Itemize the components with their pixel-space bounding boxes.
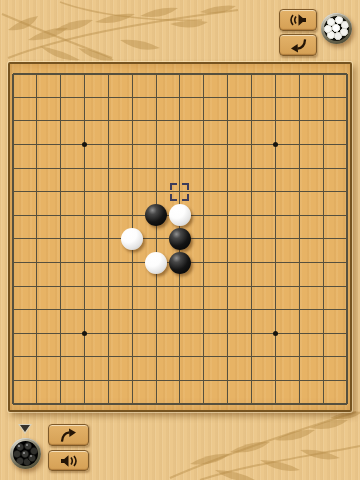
intersection[interactable] xyxy=(335,133,352,157)
intersection[interactable] xyxy=(192,298,216,322)
intersection[interactable] xyxy=(73,204,97,228)
white-undo-button[interactable] xyxy=(279,34,317,56)
intersection[interactable] xyxy=(335,86,352,110)
intersection[interactable] xyxy=(168,345,192,369)
intersection[interactable] xyxy=(73,298,97,322)
intersection[interactable] xyxy=(49,322,73,346)
intersection[interactable] xyxy=(240,369,264,393)
intersection[interactable] xyxy=(25,133,49,157)
intersection[interactable] xyxy=(240,227,264,251)
intersection[interactable] xyxy=(216,322,240,346)
intersection[interactable] xyxy=(311,204,335,228)
intersection[interactable] xyxy=(73,274,97,298)
black-stone xyxy=(169,252,191,274)
star-point xyxy=(273,331,278,336)
intersection[interactable] xyxy=(335,369,352,393)
intersection[interactable] xyxy=(240,156,264,180)
white-stone xyxy=(169,204,191,226)
turn-indicator-down-triangle-icon xyxy=(18,423,32,434)
intersection[interactable] xyxy=(287,227,311,251)
intersection[interactable] xyxy=(120,251,144,275)
star-point xyxy=(82,142,87,147)
intersection[interactable] xyxy=(311,156,335,180)
intersection[interactable] xyxy=(120,274,144,298)
intersection[interactable] xyxy=(49,133,73,157)
intersection[interactable] xyxy=(144,109,168,133)
intersection[interactable] xyxy=(264,274,288,298)
intersection[interactable] xyxy=(8,109,25,133)
intersection[interactable] xyxy=(144,156,168,180)
black-stone xyxy=(145,204,167,226)
intersection[interactable] xyxy=(240,180,264,204)
intersection[interactable] xyxy=(8,322,25,346)
intersection[interactable] xyxy=(8,274,25,298)
intersection[interactable] xyxy=(240,109,264,133)
intersection[interactable] xyxy=(120,369,144,393)
intersection[interactable] xyxy=(287,322,311,346)
intersection[interactable] xyxy=(120,156,144,180)
intersection[interactable] xyxy=(25,180,49,204)
intersection[interactable] xyxy=(96,227,120,251)
intersection[interactable] xyxy=(120,62,144,86)
intersection[interactable] xyxy=(335,204,352,228)
intersection[interactable] xyxy=(96,180,120,204)
intersection[interactable] xyxy=(311,392,335,412)
intersection[interactable] xyxy=(192,204,216,228)
white-sound-button[interactable] xyxy=(279,9,317,31)
intersection[interactable] xyxy=(73,369,97,393)
intersection[interactable] xyxy=(216,392,240,412)
intersection[interactable] xyxy=(49,86,73,110)
intersection[interactable] xyxy=(25,392,49,412)
intersection[interactable] xyxy=(192,392,216,412)
intersection[interactable] xyxy=(264,369,288,393)
intersection[interactable] xyxy=(264,392,288,412)
intersection[interactable] xyxy=(144,133,168,157)
intersection[interactable] xyxy=(25,274,49,298)
intersection[interactable] xyxy=(216,227,240,251)
intersection[interactable] xyxy=(240,204,264,228)
intersection[interactable] xyxy=(216,156,240,180)
intersection[interactable] xyxy=(120,298,144,322)
intersection[interactable] xyxy=(25,86,49,110)
intersection[interactable] xyxy=(73,227,97,251)
intersection[interactable] xyxy=(144,345,168,369)
intersection[interactable] xyxy=(73,392,97,412)
intersection[interactable] xyxy=(192,86,216,110)
intersection[interactable] xyxy=(287,345,311,369)
intersection[interactable] xyxy=(264,109,288,133)
intersection[interactable] xyxy=(25,156,49,180)
intersection[interactable] xyxy=(335,62,352,86)
speaker-icon xyxy=(59,454,79,468)
intersection[interactable] xyxy=(73,133,97,157)
intersection[interactable] xyxy=(192,133,216,157)
intersection[interactable] xyxy=(144,204,168,228)
intersection[interactable] xyxy=(96,133,120,157)
intersection[interactable] xyxy=(264,156,288,180)
intersection[interactable] xyxy=(264,204,288,228)
intersection[interactable] xyxy=(120,204,144,228)
intersection[interactable] xyxy=(287,109,311,133)
intersection[interactable] xyxy=(192,251,216,275)
intersection[interactable] xyxy=(96,322,120,346)
intersection[interactable] xyxy=(73,180,97,204)
intersection[interactable] xyxy=(96,156,120,180)
intersection[interactable] xyxy=(25,298,49,322)
intersection[interactable] xyxy=(311,298,335,322)
intersection[interactable] xyxy=(96,251,120,275)
intersection[interactable] xyxy=(49,345,73,369)
intersection[interactable] xyxy=(168,204,192,228)
intersection[interactable] xyxy=(73,251,97,275)
intersection[interactable] xyxy=(96,274,120,298)
intersection[interactable] xyxy=(287,62,311,86)
intersection[interactable] xyxy=(120,227,144,251)
intersection[interactable] xyxy=(96,369,120,393)
intersection[interactable] xyxy=(144,298,168,322)
intersection[interactable] xyxy=(311,345,335,369)
intersection[interactable] xyxy=(335,345,352,369)
intersection[interactable] xyxy=(264,298,288,322)
intersection[interactable] xyxy=(264,227,288,251)
intersection[interactable] xyxy=(49,274,73,298)
intersection[interactable] xyxy=(144,86,168,110)
intersection[interactable] xyxy=(25,62,49,86)
intersection[interactable] xyxy=(264,251,288,275)
intersection[interactable] xyxy=(311,251,335,275)
intersection[interactable] xyxy=(120,392,144,412)
intersection[interactable] xyxy=(240,345,264,369)
intersection[interactable] xyxy=(168,156,192,180)
intersection[interactable] xyxy=(96,392,120,412)
intersection[interactable] xyxy=(216,62,240,86)
intersection[interactable] xyxy=(168,251,192,275)
intersection[interactable] xyxy=(240,62,264,86)
intersection[interactable] xyxy=(192,62,216,86)
intersection[interactable] xyxy=(216,180,240,204)
intersection[interactable] xyxy=(49,227,73,251)
intersection[interactable] xyxy=(168,133,192,157)
intersection[interactable] xyxy=(192,109,216,133)
intersection[interactable] xyxy=(73,62,97,86)
intersection[interactable] xyxy=(120,345,144,369)
black-stone-bowl xyxy=(10,438,41,469)
white-stones-pile xyxy=(324,16,349,41)
intersection[interactable] xyxy=(25,345,49,369)
intersection[interactable] xyxy=(168,369,192,393)
intersection[interactable] xyxy=(311,86,335,110)
intersection[interactable] xyxy=(73,345,97,369)
intersection[interactable] xyxy=(120,180,144,204)
bamboo-decoration-bottom-right xyxy=(160,406,360,480)
intersection[interactable] xyxy=(144,251,168,275)
intersection[interactable] xyxy=(192,274,216,298)
intersection[interactable] xyxy=(96,86,120,110)
intersection[interactable] xyxy=(264,180,288,204)
intersection[interactable] xyxy=(335,251,352,275)
intersection[interactable] xyxy=(49,392,73,412)
intersection[interactable] xyxy=(144,227,168,251)
intersection[interactable] xyxy=(335,298,352,322)
intersection[interactable] xyxy=(168,298,192,322)
intersection[interactable] xyxy=(216,204,240,228)
intersection[interactable] xyxy=(168,180,192,204)
intersection[interactable] xyxy=(8,86,25,110)
intersection[interactable] xyxy=(168,322,192,346)
intersection[interactable] xyxy=(96,62,120,86)
intersection[interactable] xyxy=(311,322,335,346)
intersection[interactable] xyxy=(335,109,352,133)
intersection[interactable] xyxy=(216,251,240,275)
intersection[interactable] xyxy=(192,369,216,393)
intersection[interactable] xyxy=(49,180,73,204)
intersection[interactable] xyxy=(192,322,216,346)
intersection[interactable] xyxy=(311,369,335,393)
intersection[interactable] xyxy=(144,369,168,393)
intersection[interactable] xyxy=(216,274,240,298)
intersection[interactable] xyxy=(144,62,168,86)
intersection[interactable] xyxy=(287,204,311,228)
intersection[interactable] xyxy=(216,345,240,369)
star-point xyxy=(273,142,278,147)
intersection[interactable] xyxy=(168,62,192,86)
intersection[interactable] xyxy=(335,322,352,346)
intersection[interactable] xyxy=(192,227,216,251)
intersection[interactable] xyxy=(216,369,240,393)
intersection[interactable] xyxy=(25,227,49,251)
intersection[interactable] xyxy=(287,369,311,393)
intersection[interactable] xyxy=(335,392,352,412)
intersection[interactable] xyxy=(311,227,335,251)
white-stone-bowl xyxy=(321,13,352,44)
intersection[interactable] xyxy=(264,86,288,110)
intersection[interactable] xyxy=(216,109,240,133)
intersection[interactable] xyxy=(49,62,73,86)
go-board xyxy=(8,62,352,412)
intersection[interactable] xyxy=(8,156,25,180)
intersection[interactable] xyxy=(49,109,73,133)
intersection[interactable] xyxy=(144,274,168,298)
intersection[interactable] xyxy=(25,204,49,228)
intersection[interactable] xyxy=(287,298,311,322)
intersection[interactable] xyxy=(240,392,264,412)
intersection[interactable] xyxy=(311,109,335,133)
intersection[interactable] xyxy=(49,204,73,228)
intersection[interactable] xyxy=(144,322,168,346)
intersection[interactable] xyxy=(120,86,144,110)
intersection[interactable] xyxy=(96,345,120,369)
intersection[interactable] xyxy=(287,392,311,412)
intersection[interactable] xyxy=(144,392,168,412)
intersection[interactable] xyxy=(240,251,264,275)
intersection[interactable] xyxy=(120,109,144,133)
intersection[interactable] xyxy=(287,251,311,275)
intersection[interactable] xyxy=(8,298,25,322)
intersection[interactable] xyxy=(240,86,264,110)
intersection[interactable] xyxy=(311,274,335,298)
undo-arrow-icon xyxy=(59,428,78,443)
intersection[interactable] xyxy=(168,227,192,251)
intersection[interactable] xyxy=(8,227,25,251)
intersection[interactable] xyxy=(264,322,288,346)
intersection[interactable] xyxy=(240,274,264,298)
intersection[interactable] xyxy=(73,109,97,133)
intersection[interactable] xyxy=(73,322,97,346)
intersection[interactable] xyxy=(25,109,49,133)
intersection[interactable] xyxy=(192,345,216,369)
intersection[interactable] xyxy=(144,180,168,204)
intersection[interactable] xyxy=(335,274,352,298)
intersection[interactable] xyxy=(168,109,192,133)
intersection[interactable] xyxy=(335,227,352,251)
star-point xyxy=(82,331,87,336)
intersection[interactable] xyxy=(96,109,120,133)
intersection[interactable] xyxy=(8,133,25,157)
intersection[interactable] xyxy=(8,180,25,204)
intersection[interactable] xyxy=(287,180,311,204)
intersection[interactable] xyxy=(335,156,352,180)
intersection[interactable] xyxy=(49,156,73,180)
intersection[interactable] xyxy=(311,62,335,86)
intersection[interactable] xyxy=(8,251,25,275)
intersection[interactable] xyxy=(240,298,264,322)
intersection[interactable] xyxy=(287,156,311,180)
black-stone xyxy=(169,228,191,250)
intersection[interactable] xyxy=(216,86,240,110)
white-stone xyxy=(145,252,167,274)
intersection[interactable] xyxy=(264,62,288,86)
intersection[interactable] xyxy=(240,322,264,346)
board-grid xyxy=(8,62,352,412)
app-screen xyxy=(0,0,360,480)
white-stone xyxy=(121,228,143,250)
cursor-marker xyxy=(170,183,189,201)
intersection[interactable] xyxy=(73,86,97,110)
intersection[interactable] xyxy=(311,180,335,204)
intersection[interactable] xyxy=(168,392,192,412)
intersection[interactable] xyxy=(49,298,73,322)
intersection[interactable] xyxy=(49,369,73,393)
intersection[interactable] xyxy=(73,156,97,180)
speaker-icon xyxy=(288,13,308,27)
undo-arrow-icon xyxy=(289,38,308,53)
intersection[interactable] xyxy=(216,298,240,322)
intersection[interactable] xyxy=(96,298,120,322)
intersection[interactable] xyxy=(8,345,25,369)
intersection[interactable] xyxy=(8,62,25,86)
intersection[interactable] xyxy=(8,369,25,393)
intersection[interactable] xyxy=(335,180,352,204)
intersection[interactable] xyxy=(264,133,288,157)
intersection[interactable] xyxy=(287,274,311,298)
black-stones-pile xyxy=(13,441,38,466)
intersection[interactable] xyxy=(49,251,73,275)
intersection[interactable] xyxy=(287,133,311,157)
intersection[interactable] xyxy=(8,204,25,228)
intersection[interactable] xyxy=(168,86,192,110)
intersection[interactable] xyxy=(216,133,240,157)
intersection[interactable] xyxy=(168,274,192,298)
intersection[interactable] xyxy=(96,204,120,228)
intersection[interactable] xyxy=(311,133,335,157)
intersection[interactable] xyxy=(25,369,49,393)
intersection[interactable] xyxy=(120,322,144,346)
intersection[interactable] xyxy=(8,392,25,412)
intersection[interactable] xyxy=(192,180,216,204)
intersection[interactable] xyxy=(120,133,144,157)
black-undo-button[interactable] xyxy=(48,424,89,446)
intersection[interactable] xyxy=(25,322,49,346)
intersection[interactable] xyxy=(192,156,216,180)
intersection[interactable] xyxy=(264,345,288,369)
intersection[interactable] xyxy=(240,133,264,157)
intersection[interactable] xyxy=(287,86,311,110)
intersection[interactable] xyxy=(25,251,49,275)
black-sound-button[interactable] xyxy=(48,450,89,471)
bamboo-decoration-top-left xyxy=(0,0,270,62)
